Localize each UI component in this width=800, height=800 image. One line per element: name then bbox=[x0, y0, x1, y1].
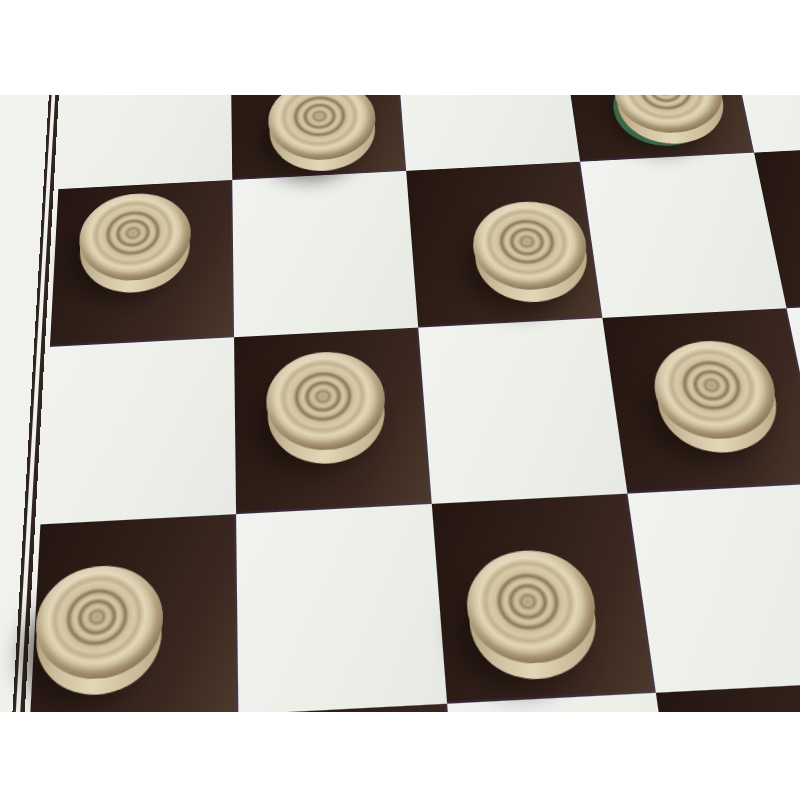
board-square-r2c0-light[interactable] bbox=[40, 337, 236, 524]
checker-piece-piece-r2c1[interactable] bbox=[265, 349, 389, 471]
checkers-board bbox=[0, 95, 800, 712]
checker-piece-piece-r3c0[interactable] bbox=[32, 563, 164, 703]
checker-piece-piece-r2c3[interactable] bbox=[648, 338, 788, 460]
board-square-r3c3-light[interactable] bbox=[627, 483, 800, 692]
board-photo bbox=[0, 95, 800, 712]
board-square-r3c1-light[interactable] bbox=[236, 504, 447, 712]
checker-piece-piece-r0c1[interactable] bbox=[267, 95, 378, 177]
board-square-r2c2-light[interactable] bbox=[418, 318, 627, 504]
board-square-r0c2-light[interactable] bbox=[395, 95, 580, 171]
checker-piece-piece-r3c2[interactable] bbox=[463, 548, 605, 688]
checker-piece-piece-r0c3[interactable] bbox=[609, 95, 733, 150]
screenshot bbox=[0, 0, 800, 800]
board-square-r1c1-light[interactable] bbox=[232, 171, 418, 337]
checker-piece-piece-r1c0[interactable] bbox=[77, 191, 191, 299]
checker-piece-piece-r1c2[interactable] bbox=[469, 199, 594, 309]
board-square-r0c0-light[interactable] bbox=[58, 95, 232, 189]
board-square-r1c3-light[interactable] bbox=[580, 153, 786, 318]
photo-white-margin-top bbox=[0, 0, 800, 95]
photo-white-margin-bottom bbox=[0, 712, 800, 800]
